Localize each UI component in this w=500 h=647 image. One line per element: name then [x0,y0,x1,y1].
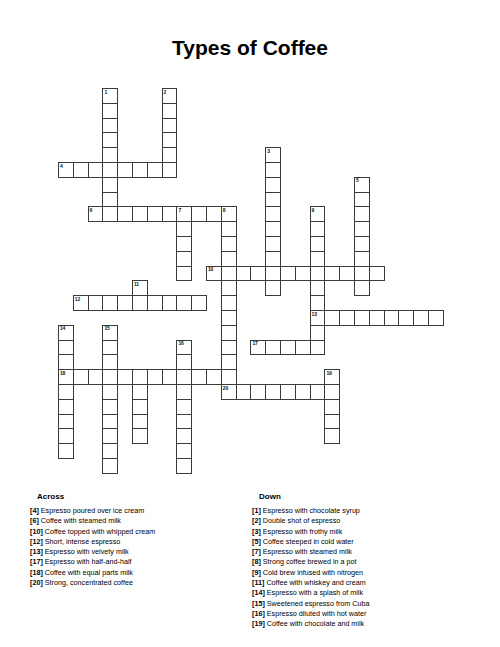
cell-r17c11[interactable] [221,340,237,356]
cell-r14c11[interactable] [221,295,237,311]
cell-r20c17[interactable] [310,384,326,400]
cell-r7c20[interactable] [354,192,370,208]
cell-number-8: 8 [223,208,226,214]
cell-r14c4[interactable] [117,295,133,311]
clue-number: [9] [252,568,261,577]
cell-r18c3[interactable] [102,354,118,370]
cell-r14c9[interactable] [191,295,207,311]
cell-r23c8[interactable] [176,428,192,444]
cell-r24c3[interactable] [102,443,118,459]
cell-r23c5[interactable] [132,428,148,444]
clue-number: [19] [252,619,265,628]
cell-r8c20[interactable] [354,206,370,222]
cell-r12c11[interactable] [221,266,237,282]
cell-r10c20[interactable] [354,236,370,252]
cell-r20c0[interactable] [58,384,74,400]
down-clue-14: [14] Espresso with a splash of milk [252,588,477,598]
cell-r8c6[interactable] [147,206,163,222]
cell-r18c0[interactable] [58,354,74,370]
cell-r10c8[interactable] [176,236,192,252]
cell-r1c3[interactable] [102,103,118,119]
cell-r13c14[interactable] [265,280,281,296]
cell-r21c5[interactable] [132,399,148,415]
cell-r20c15[interactable] [280,384,296,400]
cell-r12c10[interactable]: 10 [206,266,222,282]
cell-r19c6[interactable] [147,369,163,385]
cell-r12c19[interactable] [339,266,355,282]
cell-r15c21[interactable] [369,310,385,326]
clue-number: [5] [252,537,261,546]
cell-r16c11[interactable] [221,325,237,341]
across-clue-13: [13] Espresso with velvety milk [30,547,255,557]
cell-r20c16[interactable] [295,384,311,400]
cell-r20c14[interactable] [265,384,281,400]
cell-r8c14[interactable] [265,206,281,222]
down-clue-15: [15] Sweetened espresso from Cuba [252,599,477,609]
clue-number: [11] [252,578,264,587]
down-clue-19: [19] Coffee with chocolate and milk [252,619,477,629]
cell-number-13: 13 [312,312,317,318]
cell-number-12: 12 [75,297,80,303]
cell-r17c16[interactable] [295,340,311,356]
cell-r14c17[interactable] [310,295,326,311]
across-clue-6: [6] Coffee with steamed milk [30,516,255,526]
down-clue-16: [16] Espresso diluted with hot water [252,609,477,619]
cell-r8c4[interactable] [117,206,133,222]
crossword-grid: 1234567891011121314151617181920 [58,88,445,475]
cell-r21c3[interactable] [102,399,118,415]
cell-r17c17[interactable] [310,340,326,356]
cell-r20c12[interactable] [236,384,252,400]
cell-r8c2[interactable]: 6 [88,206,104,222]
cell-r4c7[interactable] [162,147,178,163]
cell-r17c3[interactable] [102,340,118,356]
cell-r17c8[interactable]: 16 [176,340,192,356]
cell-r19c4[interactable] [117,369,133,385]
cell-r10c17[interactable] [310,236,326,252]
cell-r8c8[interactable]: 7 [176,206,192,222]
cell-number-15: 15 [104,326,109,332]
cell-r6c3[interactable] [102,177,118,193]
clue-number: [14] [252,588,265,597]
cell-r15c18[interactable] [324,310,340,326]
across-clue-4: [4] Espresso poured over ice cream [30,506,255,516]
down-clue-list: [1] Espresso with chocolate syrup[2] Dou… [252,506,477,630]
across-clue-12: [12] Short, intense espresso [30,537,255,547]
cell-number-20: 20 [223,386,228,392]
cell-r20c18[interactable] [324,384,340,400]
cell-r12c16[interactable] [295,266,311,282]
down-clue-1: [1] Espresso with chocolate syrup [252,506,477,516]
cell-r4c14[interactable]: 3 [265,147,281,163]
across-clue-18: [18] Coffee with equal parts milk [30,568,255,578]
cell-r6c14[interactable] [265,177,281,193]
down-header: Down [259,492,477,502]
cell-r20c3[interactable] [102,384,118,400]
down-clue-3: [3] Espresso with frothy milk [252,527,477,537]
cell-r0c3[interactable]: 1 [102,88,118,104]
cell-r15c22[interactable] [384,310,400,326]
cell-r8c11[interactable]: 8 [221,206,237,222]
cell-r19c0[interactable]: 18 [58,369,74,385]
cell-number-4: 4 [60,164,63,170]
down-clue-7: [7] Espresso with steamed milk [252,547,477,557]
cell-r25c8[interactable] [176,458,192,474]
cell-r21c0[interactable] [58,399,74,415]
cell-r19c2[interactable] [88,369,104,385]
cell-r15c23[interactable] [398,310,414,326]
down-clue-5: [5] Coffee steeped in cold water [252,537,477,547]
cell-r16c3[interactable]: 15 [102,325,118,341]
cell-r14c7[interactable] [162,295,178,311]
cell-r24c0[interactable] [58,443,74,459]
cell-r7c3[interactable] [102,192,118,208]
cell-r14c6[interactable] [147,295,163,311]
cell-r1c7[interactable] [162,103,178,119]
cell-r12c15[interactable] [280,266,296,282]
across-clue-20: [20] Strong, concentrated coffee [30,578,255,588]
cell-r13c17[interactable] [310,280,326,296]
down-clue-2: [2] Double shot of espresso [252,516,477,526]
cell-number-11: 11 [134,282,139,288]
cell-r5c6[interactable] [147,162,163,178]
cell-number-5: 5 [356,178,359,184]
clue-number: [20] [30,578,43,587]
cell-r15c17[interactable]: 13 [310,310,326,326]
cell-r23c18[interactable] [324,428,340,444]
cell-r20c8[interactable] [176,384,192,400]
across-header: Across [37,492,255,502]
cell-r11c17[interactable] [310,251,326,267]
cell-r21c18[interactable] [324,399,340,415]
cell-r21c8[interactable] [176,399,192,415]
cell-r15c24[interactable] [413,310,429,326]
cell-r17c0[interactable] [58,340,74,356]
cell-number-18: 18 [60,371,65,377]
cell-number-1: 1 [104,90,107,96]
cell-r8c3[interactable] [102,206,118,222]
cell-r14c2[interactable] [88,295,104,311]
cell-number-16: 16 [178,341,183,347]
across-clues-section: Across [4] Espresso poured over ice crea… [30,492,255,588]
cell-r8c7[interactable] [162,206,178,222]
cell-number-17: 17 [252,341,257,347]
cell-r22c18[interactable] [324,414,340,430]
cell-r25c3[interactable] [102,458,118,474]
cell-r8c10[interactable] [206,206,222,222]
cell-r14c1[interactable]: 12 [73,295,89,311]
cell-r9c14[interactable] [265,221,281,237]
cell-r20c11[interactable]: 20 [221,384,237,400]
cell-r15c11[interactable] [221,310,237,326]
cell-number-19: 19 [326,371,331,377]
cell-r16c17[interactable] [310,325,326,341]
cell-r19c10[interactable] [206,369,222,385]
cell-r14c3[interactable] [102,295,118,311]
cell-r10c11[interactable] [221,236,237,252]
down-clues-section: Down [1] Espresso with chocolate syrup[2… [252,492,477,630]
cell-r5c3[interactable] [102,162,118,178]
cell-r8c9[interactable] [191,206,207,222]
cell-r5c4[interactable] [117,162,133,178]
across-clue-17: [17] Espresso with half-and-half [30,557,255,567]
cell-r11c11[interactable] [221,251,237,267]
clue-number: [13] [30,547,43,556]
cell-r5c5[interactable] [132,162,148,178]
cell-r3c7[interactable] [162,132,178,148]
across-clue-list: [4] Espresso poured over ice cream[6] Co… [30,506,255,588]
cell-r11c14[interactable] [265,251,281,267]
cell-r17c14[interactable] [265,340,281,356]
cell-r22c5[interactable] [132,414,148,430]
cell-r18c8[interactable] [176,354,192,370]
cell-r12c20[interactable] [354,266,370,282]
cell-number-10: 10 [208,267,213,273]
cell-r12c14[interactable] [265,266,281,282]
clue-number: [15] [252,599,265,608]
down-clue-11: [11] Coffee with whiskey and cream [252,578,477,588]
clue-number: [3] [252,527,261,536]
cell-r6c20[interactable]: 5 [354,177,370,193]
clue-number: [12] [30,537,43,546]
cell-r12c18[interactable] [324,266,340,282]
cell-r5c0[interactable]: 4 [58,162,74,178]
cell-r19c8[interactable] [176,369,192,385]
cell-r22c0[interactable] [58,414,74,430]
cell-r8c5[interactable] [132,206,148,222]
cell-r12c12[interactable] [236,266,252,282]
cell-r14c8[interactable] [176,295,192,311]
cell-r17c15[interactable] [280,340,296,356]
cell-r15c25[interactable] [428,310,444,326]
cell-r19c7[interactable] [162,369,178,385]
cell-r19c11[interactable] [221,369,237,385]
cell-r9c8[interactable] [176,221,192,237]
cell-r19c3[interactable] [102,369,118,385]
cell-r4c3[interactable] [102,147,118,163]
puzzle-title: Types of Coffee [0,36,500,60]
cell-r22c8[interactable] [176,414,192,430]
cell-r5c1[interactable] [73,162,89,178]
clue-number: [8] [252,557,261,566]
clue-number: [2] [252,516,261,525]
cell-number-7: 7 [178,208,181,214]
cell-r0c7[interactable]: 2 [162,88,178,104]
cell-r13c20[interactable] [354,280,370,296]
cell-r12c21[interactable] [369,266,385,282]
clue-number: [18] [30,568,43,577]
clue-number: [6] [30,516,39,525]
clue-number: [16] [252,609,265,618]
cell-r2c7[interactable] [162,118,178,134]
cell-r15c19[interactable] [339,310,355,326]
cell-number-6: 6 [90,208,93,214]
cell-r5c7[interactable] [162,162,178,178]
cell-r19c1[interactable] [73,369,89,385]
cell-r14c5[interactable] [132,295,148,311]
down-clue-8: [8] Strong coffee brewed in a pot [252,557,477,567]
cell-r19c9[interactable] [191,369,207,385]
cell-number-2: 2 [164,90,167,96]
cell-r12c13[interactable] [250,266,266,282]
cell-r7c14[interactable] [265,192,281,208]
cell-r24c8[interactable] [176,443,192,459]
clue-number: [17] [30,557,43,566]
down-clue-9: [9] Cold brew infused with nitrogen [252,568,477,578]
cell-r3c3[interactable] [102,132,118,148]
cell-number-3: 3 [267,149,270,155]
cell-r18c11[interactable] [221,354,237,370]
cell-r5c14[interactable] [265,162,281,178]
crossword-page: Types of Coffee 123456789101112131415161… [0,0,500,647]
cell-r11c20[interactable] [354,251,370,267]
cell-r8c17[interactable]: 9 [310,206,326,222]
cell-r13c5[interactable]: 11 [132,280,148,296]
cell-r2c3[interactable] [102,118,118,134]
cell-r12c17[interactable] [310,266,326,282]
cell-r23c3[interactable] [102,428,118,444]
cell-r12c8[interactable] [176,266,192,282]
cell-r9c17[interactable] [310,221,326,237]
cell-r9c11[interactable] [221,221,237,237]
clue-number: [10] [30,527,43,536]
cell-number-14: 14 [60,326,65,332]
clue-number: [7] [252,547,261,556]
cell-r23c0[interactable] [58,428,74,444]
cell-r9c20[interactable] [354,221,370,237]
cell-number-9: 9 [312,208,315,214]
cell-r19c5[interactable] [132,369,148,385]
clue-number: [4] [30,506,39,515]
cell-r13c11[interactable] [221,280,237,296]
cell-r16c0[interactable]: 14 [58,325,74,341]
across-clue-10: [10] Coffee topped with whipped cream [30,527,255,537]
cell-r15c20[interactable] [354,310,370,326]
cell-r19c18[interactable]: 19 [324,369,340,385]
clue-number: [1] [252,506,261,515]
cell-r17c13[interactable]: 17 [250,340,266,356]
cell-r10c14[interactable] [265,236,281,252]
cell-r22c3[interactable] [102,414,118,430]
cell-r20c5[interactable] [132,384,148,400]
cell-r5c2[interactable] [88,162,104,178]
cell-r20c13[interactable] [250,384,266,400]
cell-r11c8[interactable] [176,251,192,267]
